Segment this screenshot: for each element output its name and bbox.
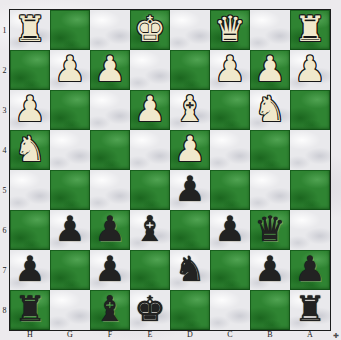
square-e8[interactable]: ♚	[130, 290, 170, 330]
square-c1[interactable]: ♛	[210, 10, 250, 50]
rank-label-7: 7	[0, 250, 9, 290]
square-d8[interactable]	[170, 290, 210, 330]
square-e7[interactable]	[130, 250, 170, 290]
black-rook: ♜	[294, 292, 325, 327]
file-label-c: C	[210, 330, 250, 340]
square-e2[interactable]	[130, 50, 170, 90]
file-labels: HGFEDCBA	[10, 330, 330, 340]
white-pawn: ♟	[294, 52, 325, 87]
board: ♜♚♛♜♟♟♟♟♟♟♟♝♞♞♟♟♟♟♝♟♛♟♟♞♟♟♜♝♚♜	[9, 9, 331, 331]
square-e5[interactable]	[130, 170, 170, 210]
chess-diagram: 12345678 ♜♚♛♜♟♟♟♟♟♟♟♝♞♞♟♟♟♟♝♟♛♟♟♞♟♟♜♝♚♜ …	[0, 0, 341, 340]
file-label-h: H	[10, 330, 50, 340]
black-pawn: ♟	[254, 252, 285, 287]
square-b4[interactable]	[250, 130, 290, 170]
white-pawn: ♟	[134, 92, 165, 127]
square-b3[interactable]: ♞	[250, 90, 290, 130]
square-f4[interactable]	[90, 130, 130, 170]
file-label-f: F	[90, 330, 130, 340]
square-d4[interactable]: ♟	[170, 130, 210, 170]
square-h3[interactable]: ♟	[10, 90, 50, 130]
square-g8[interactable]	[50, 290, 90, 330]
white-rook: ♜	[294, 12, 325, 47]
white-pawn: ♟	[214, 52, 245, 87]
square-d3[interactable]: ♝	[170, 90, 210, 130]
square-g1[interactable]	[50, 10, 90, 50]
square-d7[interactable]: ♞	[170, 250, 210, 290]
square-f7[interactable]: ♟	[90, 250, 130, 290]
square-c4[interactable]	[210, 130, 250, 170]
file-label-g: G	[50, 330, 90, 340]
square-b2[interactable]: ♟	[250, 50, 290, 90]
rank-label-4: 4	[0, 130, 9, 170]
file-label-e: E	[130, 330, 170, 340]
square-g3[interactable]	[50, 90, 90, 130]
rank-label-3: 3	[0, 90, 9, 130]
black-pawn: ♟	[94, 252, 125, 287]
square-g7[interactable]	[50, 250, 90, 290]
black-bishop: ♝	[94, 292, 125, 327]
square-b8[interactable]	[250, 290, 290, 330]
square-f8[interactable]: ♝	[90, 290, 130, 330]
square-f2[interactable]: ♟	[90, 50, 130, 90]
square-e6[interactable]: ♝	[130, 210, 170, 250]
black-bishop: ♝	[134, 212, 165, 247]
square-f3[interactable]	[90, 90, 130, 130]
square-b5[interactable]	[250, 170, 290, 210]
black-pawn: ♟	[174, 172, 205, 207]
white-pawn: ♟	[14, 92, 45, 127]
white-bishop: ♝	[174, 92, 205, 127]
square-d5[interactable]: ♟	[170, 170, 210, 210]
square-h6[interactable]	[10, 210, 50, 250]
square-c5[interactable]	[210, 170, 250, 210]
rank-labels: 12345678	[0, 10, 9, 330]
black-pawn: ♟	[294, 252, 325, 287]
square-d6[interactable]	[170, 210, 210, 250]
white-pawn: ♟	[174, 132, 205, 167]
black-pawn: ♟	[94, 212, 125, 247]
rank-label-2: 2	[0, 50, 9, 90]
square-g2[interactable]: ♟	[50, 50, 90, 90]
file-label-d: D	[170, 330, 210, 340]
white-rook: ♜	[14, 12, 45, 47]
square-b6[interactable]: ♛	[250, 210, 290, 250]
square-e4[interactable]	[130, 130, 170, 170]
black-pawn: ♟	[14, 252, 45, 287]
white-knight: ♞	[14, 132, 45, 167]
square-g5[interactable]	[50, 170, 90, 210]
square-c7[interactable]	[210, 250, 250, 290]
rank-label-6: 6	[0, 210, 9, 250]
white-knight: ♞	[254, 92, 285, 127]
square-h2[interactable]	[10, 50, 50, 90]
square-c3[interactable]	[210, 90, 250, 130]
square-f1[interactable]	[90, 10, 130, 50]
file-label-b: B	[250, 330, 290, 340]
black-king: ♚	[134, 292, 165, 327]
white-pawn: ♟	[254, 52, 285, 87]
square-f6[interactable]: ♟	[90, 210, 130, 250]
black-queen: ♛	[254, 212, 285, 247]
square-h1[interactable]: ♜	[10, 10, 50, 50]
square-h4[interactable]: ♞	[10, 130, 50, 170]
square-g4[interactable]	[50, 130, 90, 170]
square-d1[interactable]	[170, 10, 210, 50]
square-h7[interactable]: ♟	[10, 250, 50, 290]
watermark-dot: ✚	[333, 332, 339, 339]
square-c2[interactable]: ♟	[210, 50, 250, 90]
black-pawn: ♟	[214, 212, 245, 247]
square-c6[interactable]: ♟	[210, 210, 250, 250]
white-pawn: ♟	[54, 52, 85, 87]
rank-label-8: 8	[0, 290, 9, 330]
square-a4[interactable]	[290, 130, 330, 170]
white-queen: ♛	[214, 12, 245, 47]
square-e3[interactable]: ♟	[130, 90, 170, 130]
white-pawn: ♟	[94, 52, 125, 87]
square-a8[interactable]: ♜	[290, 290, 330, 330]
square-a6[interactable]	[290, 210, 330, 250]
square-b7[interactable]: ♟	[250, 250, 290, 290]
square-g6[interactable]: ♟	[50, 210, 90, 250]
white-king: ♚	[134, 12, 165, 47]
square-d2[interactable]	[170, 50, 210, 90]
black-pawn: ♟	[54, 212, 85, 247]
square-a2[interactable]: ♟	[290, 50, 330, 90]
black-knight: ♞	[174, 252, 205, 287]
black-rook: ♜	[14, 292, 45, 327]
rank-label-1: 1	[0, 10, 9, 50]
square-c8[interactable]	[210, 290, 250, 330]
square-a1[interactable]: ♜	[290, 10, 330, 50]
rank-label-5: 5	[0, 170, 9, 210]
square-b1[interactable]	[250, 10, 290, 50]
square-h8[interactable]: ♜	[10, 290, 50, 330]
file-label-a: A	[290, 330, 330, 340]
square-a3[interactable]	[290, 90, 330, 130]
square-a7[interactable]: ♟	[290, 250, 330, 290]
square-a5[interactable]	[290, 170, 330, 210]
square-e1[interactable]: ♚	[130, 10, 170, 50]
square-h5[interactable]	[10, 170, 50, 210]
square-f5[interactable]	[90, 170, 130, 210]
